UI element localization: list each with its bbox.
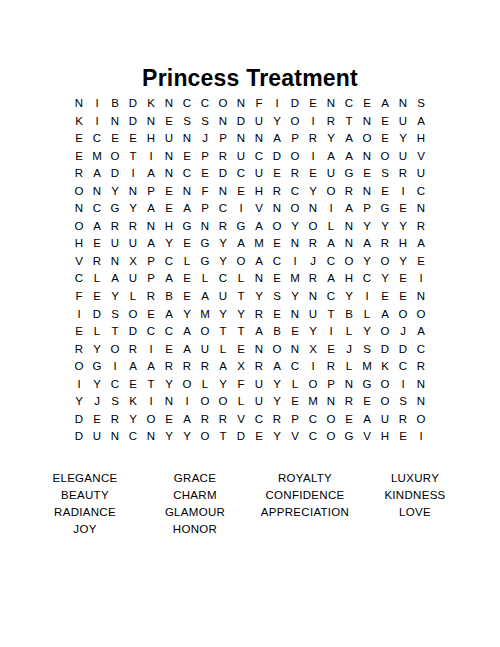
grid-cell-r12-c7[interactable]: E: [178, 288, 196, 306]
grid-cell-r7-c11[interactable]: V: [250, 200, 268, 218]
grid-cell-r9-c17[interactable]: A: [358, 235, 376, 253]
grid-cell-r6-c16[interactable]: R: [340, 183, 358, 201]
grid-cell-r11-c19[interactable]: E: [394, 270, 412, 288]
grid-cell-r7-c7[interactable]: A: [178, 200, 196, 218]
grid-cell-r6-c3[interactable]: Y: [106, 183, 124, 201]
grid-cell-r1-c5[interactable]: K: [142, 95, 160, 113]
grid-cell-r2-c5[interactable]: N: [142, 113, 160, 131]
grid-cell-r19-c5[interactable]: O: [142, 411, 160, 429]
grid-cell-r4-c16[interactable]: A: [340, 148, 358, 166]
grid-cell-r2-c18[interactable]: E: [376, 113, 394, 131]
grid-cell-r5-c19[interactable]: R: [394, 165, 412, 183]
grid-cell-r2-c2[interactable]: I: [88, 113, 106, 131]
grid-cell-r16-c16[interactable]: L: [340, 358, 358, 376]
grid-cell-r15-c17[interactable]: S: [358, 341, 376, 359]
grid-cell-r11-c8[interactable]: L: [196, 270, 214, 288]
grid-cell-r2-c12[interactable]: Y: [268, 113, 286, 131]
grid-cell-r14-c10[interactable]: T: [232, 323, 250, 341]
grid-cell-r20-c6[interactable]: Y: [160, 428, 178, 446]
grid-cell-r20-c13[interactable]: V: [286, 428, 304, 446]
grid-cell-r5-c9[interactable]: D: [214, 165, 232, 183]
grid-cell-r12-c12[interactable]: S: [268, 288, 286, 306]
grid-cell-r6-c9[interactable]: N: [214, 183, 232, 201]
grid-cell-r16-c20[interactable]: R: [412, 358, 430, 376]
grid-cell-r11-c15[interactable]: A: [322, 270, 340, 288]
grid-cell-r8-c14[interactable]: O: [304, 218, 322, 236]
grid-cell-r1-c7[interactable]: C: [178, 95, 196, 113]
grid-cell-r15-c10[interactable]: E: [232, 341, 250, 359]
grid-cell-r14-c8[interactable]: O: [196, 323, 214, 341]
grid-cell-r9-c18[interactable]: R: [376, 235, 394, 253]
grid-cell-r17-c8[interactable]: L: [196, 376, 214, 394]
grid-cell-r7-c4[interactable]: Y: [124, 200, 142, 218]
grid-cell-r19-c2[interactable]: E: [88, 411, 106, 429]
grid-cell-r3-c5[interactable]: H: [142, 130, 160, 148]
grid-cell-r8-c12[interactable]: O: [268, 218, 286, 236]
grid-cell-r11-c18[interactable]: Y: [376, 270, 394, 288]
grid-cell-r19-c8[interactable]: R: [196, 411, 214, 429]
grid-cell-r13-c10[interactable]: Y: [232, 306, 250, 324]
grid-cell-r5-c20[interactable]: U: [412, 165, 430, 183]
grid-cell-r18-c12[interactable]: Y: [268, 393, 286, 411]
grid-cell-r18-c11[interactable]: U: [250, 393, 268, 411]
grid-cell-r5-c17[interactable]: E: [358, 165, 376, 183]
grid-cell-r2-c14[interactable]: I: [304, 113, 322, 131]
grid-cell-r4-c15[interactable]: A: [322, 148, 340, 166]
grid-cell-r2-c13[interactable]: O: [286, 113, 304, 131]
grid-cell-r15-c19[interactable]: D: [394, 341, 412, 359]
grid-cell-r12-c3[interactable]: Y: [106, 288, 124, 306]
grid-cell-r13-c20[interactable]: O: [412, 306, 430, 324]
grid-cell-r4-c3[interactable]: O: [106, 148, 124, 166]
grid-cell-r9-c3[interactable]: U: [106, 235, 124, 253]
grid-cell-r4-c14[interactable]: I: [304, 148, 322, 166]
grid-cell-r10-c12[interactable]: C: [268, 253, 286, 271]
grid-cell-r14-c5[interactable]: C: [142, 323, 160, 341]
grid-cell-r5-c1[interactable]: R: [70, 165, 88, 183]
grid-cell-r12-c20[interactable]: N: [412, 288, 430, 306]
grid-cell-r17-c20[interactable]: N: [412, 376, 430, 394]
grid-cell-r20-c16[interactable]: G: [340, 428, 358, 446]
grid-cell-r18-c4[interactable]: K: [124, 393, 142, 411]
grid-cell-r11-c4[interactable]: U: [124, 270, 142, 288]
grid-cell-r2-c11[interactable]: U: [250, 113, 268, 131]
grid-cell-r7-c3[interactable]: G: [106, 200, 124, 218]
grid-cell-r14-c12[interactable]: B: [268, 323, 286, 341]
grid-cell-r16-c18[interactable]: K: [376, 358, 394, 376]
grid-cell-r6-c19[interactable]: I: [394, 183, 412, 201]
grid-cell-r8-c20[interactable]: R: [412, 218, 430, 236]
grid-cell-r15-c11[interactable]: N: [250, 341, 268, 359]
grid-cell-r4-c2[interactable]: M: [88, 148, 106, 166]
grid-cell-r10-c11[interactable]: A: [250, 253, 268, 271]
grid-cell-r11-c9[interactable]: C: [214, 270, 232, 288]
grid-cell-r4-c4[interactable]: T: [124, 148, 142, 166]
grid-cell-r6-c2[interactable]: N: [88, 183, 106, 201]
grid-cell-r19-c7[interactable]: A: [178, 411, 196, 429]
grid-cell-r3-c3[interactable]: E: [106, 130, 124, 148]
grid-cell-r14-c19[interactable]: J: [394, 323, 412, 341]
grid-cell-r12-c2[interactable]: E: [88, 288, 106, 306]
grid-cell-r9-c8[interactable]: G: [196, 235, 214, 253]
grid-cell-r4-c11[interactable]: C: [250, 148, 268, 166]
grid-cell-r3-c2[interactable]: C: [88, 130, 106, 148]
grid-cell-r7-c19[interactable]: E: [394, 200, 412, 218]
grid-cell-r4-c9[interactable]: R: [214, 148, 232, 166]
grid-cell-r1-c18[interactable]: A: [376, 95, 394, 113]
grid-cell-r20-c20[interactable]: I: [412, 428, 430, 446]
grid-cell-r12-c19[interactable]: E: [394, 288, 412, 306]
grid-cell-r19-c16[interactable]: E: [340, 411, 358, 429]
grid-cell-r10-c19[interactable]: Y: [394, 253, 412, 271]
grid-cell-r10-c1[interactable]: V: [70, 253, 88, 271]
grid-cell-r9-c7[interactable]: E: [178, 235, 196, 253]
grid-cell-r14-c17[interactable]: Y: [358, 323, 376, 341]
grid-cell-r19-c19[interactable]: R: [394, 411, 412, 429]
grid-cell-r7-c1[interactable]: N: [70, 200, 88, 218]
grid-cell-r9-c13[interactable]: N: [286, 235, 304, 253]
grid-cell-r19-c6[interactable]: E: [160, 411, 178, 429]
grid-cell-r6-c13[interactable]: C: [286, 183, 304, 201]
grid-cell-r14-c7[interactable]: A: [178, 323, 196, 341]
grid-cell-r18-c17[interactable]: E: [358, 393, 376, 411]
grid-cell-r2-c17[interactable]: N: [358, 113, 376, 131]
grid-cell-r9-c19[interactable]: H: [394, 235, 412, 253]
grid-cell-r9-c1[interactable]: H: [70, 235, 88, 253]
grid-cell-r17-c11[interactable]: U: [250, 376, 268, 394]
grid-cell-r16-c3[interactable]: I: [106, 358, 124, 376]
grid-cell-r11-c11[interactable]: N: [250, 270, 268, 288]
grid-cell-r1-c16[interactable]: C: [340, 95, 358, 113]
grid-cell-r16-c12[interactable]: A: [268, 358, 286, 376]
grid-cell-r5-c6[interactable]: N: [160, 165, 178, 183]
grid-cell-r5-c16[interactable]: G: [340, 165, 358, 183]
grid-cell-r7-c6[interactable]: E: [160, 200, 178, 218]
grid-cell-r4-c18[interactable]: O: [376, 148, 394, 166]
grid-cell-r12-c10[interactable]: T: [232, 288, 250, 306]
grid-cell-r3-c12[interactable]: A: [268, 130, 286, 148]
grid-cell-r4-c12[interactable]: D: [268, 148, 286, 166]
grid-cell-r15-c16[interactable]: J: [340, 341, 358, 359]
grid-cell-r7-c2[interactable]: C: [88, 200, 106, 218]
grid-cell-r14-c15[interactable]: I: [322, 323, 340, 341]
grid-cell-r4-c17[interactable]: N: [358, 148, 376, 166]
grid-cell-r19-c14[interactable]: C: [304, 411, 322, 429]
grid-cell-r16-c7[interactable]: R: [178, 358, 196, 376]
grid-cell-r5-c14[interactable]: E: [304, 165, 322, 183]
grid-cell-r13-c4[interactable]: O: [124, 306, 142, 324]
grid-cell-r14-c1[interactable]: E: [70, 323, 88, 341]
grid-cell-r18-c13[interactable]: E: [286, 393, 304, 411]
grid-cell-r18-c20[interactable]: N: [412, 393, 430, 411]
grid-cell-r11-c16[interactable]: H: [340, 270, 358, 288]
grid-cell-r5-c7[interactable]: C: [178, 165, 196, 183]
grid-cell-r9-c16[interactable]: N: [340, 235, 358, 253]
grid-cell-r16-c15[interactable]: R: [322, 358, 340, 376]
grid-cell-r15-c8[interactable]: U: [196, 341, 214, 359]
grid-cell-r17-c6[interactable]: Y: [160, 376, 178, 394]
grid-cell-r2-c4[interactable]: D: [124, 113, 142, 131]
grid-cell-r9-c9[interactable]: Y: [214, 235, 232, 253]
grid-cell-r12-c14[interactable]: N: [304, 288, 322, 306]
grid-cell-r10-c15[interactable]: C: [322, 253, 340, 271]
grid-cell-r12-c5[interactable]: R: [142, 288, 160, 306]
grid-cell-r13-c1[interactable]: I: [70, 306, 88, 324]
grid-cell-r19-c10[interactable]: V: [232, 411, 250, 429]
grid-cell-r4-c1[interactable]: E: [70, 148, 88, 166]
grid-cell-r8-c17[interactable]: Y: [358, 218, 376, 236]
grid-cell-r14-c18[interactable]: O: [376, 323, 394, 341]
grid-cell-r16-c1[interactable]: O: [70, 358, 88, 376]
grid-cell-r10-c20[interactable]: E: [412, 253, 430, 271]
grid-cell-r6-c10[interactable]: E: [232, 183, 250, 201]
grid-cell-r18-c2[interactable]: J: [88, 393, 106, 411]
grid-cell-r16-c13[interactable]: C: [286, 358, 304, 376]
grid-cell-r13-c17[interactable]: L: [358, 306, 376, 324]
grid-cell-r1-c10[interactable]: N: [232, 95, 250, 113]
grid-cell-r9-c11[interactable]: M: [250, 235, 268, 253]
grid-cell-r6-c4[interactable]: N: [124, 183, 142, 201]
grid-cell-r19-c20[interactable]: O: [412, 411, 430, 429]
grid-cell-r8-c18[interactable]: Y: [376, 218, 394, 236]
grid-cell-r15-c7[interactable]: A: [178, 341, 196, 359]
grid-cell-r3-c18[interactable]: E: [376, 130, 394, 148]
grid-cell-r17-c9[interactable]: Y: [214, 376, 232, 394]
grid-cell-r8-c16[interactable]: N: [340, 218, 358, 236]
grid-cell-r8-c3[interactable]: R: [106, 218, 124, 236]
grid-cell-r3-c6[interactable]: U: [160, 130, 178, 148]
grid-cell-r8-c6[interactable]: H: [160, 218, 178, 236]
grid-cell-r12-c4[interactable]: L: [124, 288, 142, 306]
grid-cell-r1-c4[interactable]: D: [124, 95, 142, 113]
grid-cell-r19-c18[interactable]: U: [376, 411, 394, 429]
grid-cell-r17-c14[interactable]: O: [304, 376, 322, 394]
grid-cell-r15-c20[interactable]: C: [412, 341, 430, 359]
grid-cell-r15-c13[interactable]: N: [286, 341, 304, 359]
grid-cell-r7-c8[interactable]: P: [196, 200, 214, 218]
grid-cell-r13-c8[interactable]: M: [196, 306, 214, 324]
grid-cell-r20-c17[interactable]: V: [358, 428, 376, 446]
grid-cell-r12-c1[interactable]: F: [70, 288, 88, 306]
grid-cell-r14-c9[interactable]: T: [214, 323, 232, 341]
grid-cell-r11-c12[interactable]: E: [268, 270, 286, 288]
grid-cell-r1-c8[interactable]: C: [196, 95, 214, 113]
grid-cell-r1-c19[interactable]: N: [394, 95, 412, 113]
grid-cell-r7-c13[interactable]: O: [286, 200, 304, 218]
grid-cell-r16-c8[interactable]: R: [196, 358, 214, 376]
grid-cell-r2-c9[interactable]: N: [214, 113, 232, 131]
grid-cell-r12-c9[interactable]: U: [214, 288, 232, 306]
grid-cell-r20-c7[interactable]: Y: [178, 428, 196, 446]
grid-cell-r10-c10[interactable]: O: [232, 253, 250, 271]
grid-cell-r9-c15[interactable]: A: [322, 235, 340, 253]
grid-cell-r12-c8[interactable]: A: [196, 288, 214, 306]
grid-cell-r10-c17[interactable]: Y: [358, 253, 376, 271]
grid-cell-r18-c15[interactable]: N: [322, 393, 340, 411]
grid-cell-r15-c1[interactable]: R: [70, 341, 88, 359]
grid-cell-r20-c14[interactable]: C: [304, 428, 322, 446]
grid-cell-r6-c12[interactable]: R: [268, 183, 286, 201]
grid-cell-r9-c12[interactable]: E: [268, 235, 286, 253]
grid-cell-r20-c9[interactable]: T: [214, 428, 232, 446]
grid-cell-r4-c20[interactable]: V: [412, 148, 430, 166]
grid-cell-r19-c13[interactable]: P: [286, 411, 304, 429]
grid-cell-r5-c3[interactable]: D: [106, 165, 124, 183]
grid-cell-r19-c3[interactable]: R: [106, 411, 124, 429]
grid-cell-r12-c15[interactable]: C: [322, 288, 340, 306]
grid-cell-r20-c8[interactable]: O: [196, 428, 214, 446]
grid-cell-r14-c20[interactable]: A: [412, 323, 430, 341]
grid-cell-r18-c5[interactable]: I: [142, 393, 160, 411]
grid-cell-r5-c18[interactable]: S: [376, 165, 394, 183]
grid-cell-r19-c9[interactable]: R: [214, 411, 232, 429]
grid-cell-r2-c1[interactable]: K: [70, 113, 88, 131]
grid-cell-r6-c17[interactable]: N: [358, 183, 376, 201]
grid-cell-r4-c6[interactable]: N: [160, 148, 178, 166]
grid-cell-r11-c2[interactable]: L: [88, 270, 106, 288]
grid-cell-r8-c2[interactable]: A: [88, 218, 106, 236]
grid-cell-r16-c6[interactable]: R: [160, 358, 178, 376]
grid-cell-r15-c5[interactable]: I: [142, 341, 160, 359]
grid-cell-r12-c11[interactable]: Y: [250, 288, 268, 306]
grid-cell-r3-c4[interactable]: E: [124, 130, 142, 148]
grid-cell-r16-c9[interactable]: A: [214, 358, 232, 376]
grid-cell-r17-c16[interactable]: N: [340, 376, 358, 394]
grid-cell-r13-c16[interactable]: B: [340, 306, 358, 324]
grid-cell-r15-c6[interactable]: E: [160, 341, 178, 359]
grid-cell-r14-c6[interactable]: C: [160, 323, 178, 341]
grid-cell-r14-c3[interactable]: T: [106, 323, 124, 341]
grid-cell-r7-c15[interactable]: I: [322, 200, 340, 218]
grid-cell-r18-c7[interactable]: I: [178, 393, 196, 411]
grid-cell-r11-c5[interactable]: P: [142, 270, 160, 288]
grid-cell-r1-c9[interactable]: O: [214, 95, 232, 113]
grid-cell-r17-c1[interactable]: I: [70, 376, 88, 394]
grid-cell-r16-c2[interactable]: G: [88, 358, 106, 376]
grid-cell-r6-c5[interactable]: P: [142, 183, 160, 201]
grid-cell-r5-c5[interactable]: A: [142, 165, 160, 183]
grid-cell-r19-c17[interactable]: A: [358, 411, 376, 429]
grid-cell-r4-c19[interactable]: U: [394, 148, 412, 166]
grid-cell-r5-c11[interactable]: U: [250, 165, 268, 183]
grid-cell-r11-c20[interactable]: I: [412, 270, 430, 288]
grid-cell-r12-c6[interactable]: B: [160, 288, 178, 306]
grid-cell-r5-c12[interactable]: E: [268, 165, 286, 183]
grid-cell-r7-c9[interactable]: C: [214, 200, 232, 218]
grid-cell-r9-c10[interactable]: A: [232, 235, 250, 253]
grid-cell-r20-c10[interactable]: D: [232, 428, 250, 446]
grid-cell-r10-c14[interactable]: J: [304, 253, 322, 271]
grid-cell-r3-c16[interactable]: A: [340, 130, 358, 148]
grid-cell-r10-c2[interactable]: R: [88, 253, 106, 271]
grid-cell-r15-c18[interactable]: D: [376, 341, 394, 359]
grid-cell-r9-c2[interactable]: E: [88, 235, 106, 253]
grid-cell-r5-c4[interactable]: I: [124, 165, 142, 183]
grid-cell-r17-c5[interactable]: T: [142, 376, 160, 394]
grid-cell-r13-c13[interactable]: N: [286, 306, 304, 324]
grid-cell-r19-c12[interactable]: R: [268, 411, 286, 429]
grid-cell-r2-c10[interactable]: D: [232, 113, 250, 131]
grid-cell-r15-c4[interactable]: R: [124, 341, 142, 359]
grid-cell-r3-c8[interactable]: J: [196, 130, 214, 148]
grid-cell-r4-c8[interactable]: P: [196, 148, 214, 166]
grid-cell-r17-c19[interactable]: I: [394, 376, 412, 394]
grid-cell-r13-c15[interactable]: T: [322, 306, 340, 324]
grid-cell-r3-c7[interactable]: N: [178, 130, 196, 148]
grid-cell-r18-c19[interactable]: S: [394, 393, 412, 411]
grid-cell-r17-c12[interactable]: Y: [268, 376, 286, 394]
grid-cell-r10-c6[interactable]: C: [160, 253, 178, 271]
grid-cell-r13-c18[interactable]: A: [376, 306, 394, 324]
grid-cell-r15-c14[interactable]: X: [304, 341, 322, 359]
grid-cell-r8-c5[interactable]: N: [142, 218, 160, 236]
grid-cell-r13-c7[interactable]: Y: [178, 306, 196, 324]
grid-cell-r15-c12[interactable]: O: [268, 341, 286, 359]
grid-cell-r8-c13[interactable]: Y: [286, 218, 304, 236]
grid-cell-r2-c20[interactable]: A: [412, 113, 430, 131]
grid-cell-r16-c19[interactable]: C: [394, 358, 412, 376]
grid-cell-r19-c1[interactable]: D: [70, 411, 88, 429]
grid-cell-r10-c8[interactable]: G: [196, 253, 214, 271]
grid-cell-r16-c14[interactable]: I: [304, 358, 322, 376]
grid-cell-r19-c11[interactable]: C: [250, 411, 268, 429]
grid-cell-r6-c15[interactable]: O: [322, 183, 340, 201]
grid-cell-r13-c6[interactable]: A: [160, 306, 178, 324]
grid-cell-r8-c9[interactable]: R: [214, 218, 232, 236]
grid-cell-r2-c15[interactable]: R: [322, 113, 340, 131]
grid-cell-r4-c13[interactable]: O: [286, 148, 304, 166]
grid-cell-r8-c7[interactable]: G: [178, 218, 196, 236]
grid-cell-r11-c10[interactable]: L: [232, 270, 250, 288]
grid-cell-r15-c2[interactable]: Y: [88, 341, 106, 359]
grid-cell-r13-c2[interactable]: D: [88, 306, 106, 324]
grid-cell-r7-c16[interactable]: A: [340, 200, 358, 218]
grid-cell-r3-c10[interactable]: N: [232, 130, 250, 148]
grid-cell-r2-c16[interactable]: T: [340, 113, 358, 131]
grid-cell-r13-c12[interactable]: E: [268, 306, 286, 324]
grid-cell-r12-c13[interactable]: Y: [286, 288, 304, 306]
grid-cell-r8-c11[interactable]: A: [250, 218, 268, 236]
grid-cell-r10-c7[interactable]: L: [178, 253, 196, 271]
grid-cell-r11-c3[interactable]: A: [106, 270, 124, 288]
grid-cell-r11-c6[interactable]: A: [160, 270, 178, 288]
grid-cell-r20-c18[interactable]: H: [376, 428, 394, 446]
grid-cell-r4-c10[interactable]: U: [232, 148, 250, 166]
grid-cell-r7-c18[interactable]: G: [376, 200, 394, 218]
grid-cell-r5-c8[interactable]: E: [196, 165, 214, 183]
grid-cell-r7-c12[interactable]: N: [268, 200, 286, 218]
grid-cell-r16-c5[interactable]: A: [142, 358, 160, 376]
grid-cell-r5-c2[interactable]: A: [88, 165, 106, 183]
grid-cell-r9-c20[interactable]: A: [412, 235, 430, 253]
grid-cell-r15-c3[interactable]: O: [106, 341, 124, 359]
grid-cell-r8-c4[interactable]: R: [124, 218, 142, 236]
grid-cell-r11-c7[interactable]: E: [178, 270, 196, 288]
grid-cell-r2-c7[interactable]: S: [178, 113, 196, 131]
grid-cell-r10-c16[interactable]: O: [340, 253, 358, 271]
grid-cell-r1-c14[interactable]: E: [304, 95, 322, 113]
grid-cell-r10-c4[interactable]: X: [124, 253, 142, 271]
grid-cell-r2-c6[interactable]: E: [160, 113, 178, 131]
grid-cell-r18-c6[interactable]: N: [160, 393, 178, 411]
grid-cell-r17-c4[interactable]: E: [124, 376, 142, 394]
grid-cell-r11-c17[interactable]: C: [358, 270, 376, 288]
grid-cell-r2-c3[interactable]: N: [106, 113, 124, 131]
grid-cell-r5-c15[interactable]: U: [322, 165, 340, 183]
grid-cell-r13-c3[interactable]: S: [106, 306, 124, 324]
grid-cell-r7-c17[interactable]: P: [358, 200, 376, 218]
grid-cell-r7-c10[interactable]: I: [232, 200, 250, 218]
